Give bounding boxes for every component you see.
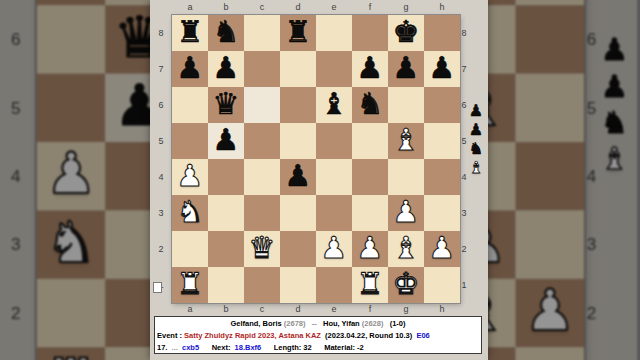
rank-label-right-3: 3: [458, 195, 470, 231]
rank-label-left-3: 3: [154, 195, 168, 231]
square-g4[interactable]: [388, 159, 424, 195]
players-line-seg-5: (1-0): [383, 319, 405, 328]
square-d6[interactable]: [280, 87, 316, 123]
square-e8[interactable]: [316, 15, 352, 51]
file-label-top-e: e: [316, 1, 352, 13]
file-label-top-d: d: [280, 1, 316, 13]
chess-gui-panel: abcdefgh ♜♞♜♚♟♟♟♟♟♛♝♞♟♝♟♟♞♟♛♟♟♝♟♜♜♚ abcd…: [150, 0, 488, 360]
square-b7[interactable]: ♟: [208, 51, 244, 87]
piece-white-queen[interactable]: ♛: [249, 231, 276, 266]
square-a7[interactable]: ♟: [172, 51, 208, 87]
square-d1[interactable]: [280, 267, 316, 303]
file-label-bottom-b: b: [208, 303, 244, 315]
square-c7[interactable]: [244, 51, 280, 87]
square-h7[interactable]: ♟: [424, 51, 460, 87]
players-line-seg-0: Gelfand, Boris: [230, 319, 283, 328]
square-c8[interactable]: [244, 15, 280, 51]
square-f5[interactable]: [352, 123, 388, 159]
file-label-top-a: a: [172, 1, 208, 13]
moves-line-seg-5: Length: 32: [261, 343, 311, 352]
rank-label-left-2: 2: [154, 231, 168, 267]
rank-label-left-6: 6: [154, 87, 168, 123]
square-g6[interactable]: [388, 87, 424, 123]
moves-line-seg-6: Material: -2: [312, 343, 364, 352]
piece-white-rook[interactable]: ♜: [177, 267, 204, 302]
players-line-seg-2: --: [305, 319, 323, 328]
piece-black-pawn[interactable]: ♟: [393, 51, 420, 86]
event-line-seg-3[interactable]: E06: [416, 331, 429, 340]
piece-white-pawn[interactable]: ♟: [429, 231, 456, 266]
piece-black-pawn[interactable]: ♟: [357, 51, 384, 86]
square-g1[interactable]: ♚: [388, 267, 424, 303]
rank-label-left-8: 8: [154, 15, 168, 51]
material-white-bishop-icon: ♝: [469, 158, 483, 177]
square-d4[interactable]: ♟: [280, 159, 316, 195]
piece-white-knight[interactable]: ♞: [177, 195, 204, 230]
square-e6[interactable]: ♝: [316, 87, 352, 123]
event-line-seg-0: Event :: [157, 331, 184, 340]
square-a8[interactable]: ♜: [172, 15, 208, 51]
material-black-knight-icon: ♞: [469, 139, 483, 158]
file-label-top-g: g: [388, 1, 424, 13]
file-label-top-f: f: [352, 1, 388, 13]
rank-label-left-5: 5: [154, 123, 168, 159]
piece-black-king[interactable]: ♚: [393, 15, 420, 50]
square-f3[interactable]: [352, 195, 388, 231]
square-a6[interactable]: [172, 87, 208, 123]
square-g7[interactable]: ♟: [388, 51, 424, 87]
piece-black-pawn[interactable]: ♟: [213, 123, 240, 158]
players-line: Gelfand, Boris (2678) -- Hou, Yifan (262…: [157, 318, 479, 330]
rank-label-left-7: 7: [154, 51, 168, 87]
piece-white-bishop[interactable]: ♝: [393, 231, 420, 266]
event-line-seg-1[interactable]: Satty Zhuldyz Rapid 2023, Astana KAZ: [184, 331, 321, 340]
square-c6[interactable]: [244, 87, 280, 123]
square-d8[interactable]: ♜: [280, 15, 316, 51]
file-label-bottom-g: g: [388, 303, 424, 315]
file-label-bottom-d: d: [280, 303, 316, 315]
moves-line-seg-0: 17.: [157, 343, 167, 352]
piece-white-pawn[interactable]: ♟: [321, 231, 348, 266]
rank-label-left-4: 4: [154, 159, 168, 195]
square-c4[interactable]: [244, 159, 280, 195]
square-h3[interactable]: [424, 195, 460, 231]
square-g8[interactable]: ♚: [388, 15, 424, 51]
square-b1[interactable]: [208, 267, 244, 303]
square-g3[interactable]: ♟: [388, 195, 424, 231]
piece-black-knight[interactable]: ♞: [213, 15, 240, 50]
material-balance-bar: ♟♟♞♝: [466, 101, 486, 177]
square-b5[interactable]: ♟: [208, 123, 244, 159]
square-f2[interactable]: ♟: [352, 231, 388, 267]
square-b4[interactable]: [208, 159, 244, 195]
square-a2[interactable]: [172, 231, 208, 267]
piece-white-bishop[interactable]: ♝: [393, 123, 420, 158]
square-b2[interactable]: [208, 231, 244, 267]
square-f7[interactable]: ♟: [352, 51, 388, 87]
material-black-pawn-icon: ♟: [469, 120, 483, 139]
square-a1[interactable]: ♜: [172, 267, 208, 303]
material-black-pawn-icon: ♟: [469, 101, 483, 120]
rank-label-right-1: 1: [458, 267, 470, 303]
moves-line-seg-3: Next:: [199, 343, 234, 352]
file-label-top-b: b: [208, 1, 244, 13]
moves-line-seg-2[interactable]: cxb5: [182, 343, 199, 352]
square-h4[interactable]: [424, 159, 460, 195]
square-h8[interactable]: [424, 15, 460, 51]
square-b3[interactable]: [208, 195, 244, 231]
square-e3[interactable]: [316, 195, 352, 231]
square-b8[interactable]: ♞: [208, 15, 244, 51]
square-h6[interactable]: [424, 87, 460, 123]
square-d3[interactable]: [280, 195, 316, 231]
players-line-seg-4: (2628): [362, 319, 384, 328]
square-e2[interactable]: ♟: [316, 231, 352, 267]
square-e7[interactable]: [316, 51, 352, 87]
piece-black-rook[interactable]: ♜: [285, 15, 312, 50]
piece-white-pawn[interactable]: ♟: [357, 231, 384, 266]
square-a4[interactable]: ♟: [172, 159, 208, 195]
square-d2[interactable]: [280, 231, 316, 267]
square-e1[interactable]: [316, 267, 352, 303]
square-e4[interactable]: [316, 159, 352, 195]
file-label-bottom-h: h: [424, 303, 460, 315]
square-d5[interactable]: [280, 123, 316, 159]
piece-white-king[interactable]: ♚: [393, 267, 420, 302]
file-labels-top: abcdefgh: [172, 1, 460, 13]
file-label-bottom-a: a: [172, 303, 208, 315]
square-a3[interactable]: ♞: [172, 195, 208, 231]
square-g2[interactable]: ♝: [388, 231, 424, 267]
square-b6[interactable]: ♛: [208, 87, 244, 123]
file-label-top-h: h: [424, 1, 460, 13]
game-info-panel: Gelfand, Boris (2678) -- Hou, Yifan (262…: [154, 316, 482, 354]
file-label-bottom-f: f: [352, 303, 388, 315]
moves-line-seg-4[interactable]: 18.Bxf6: [235, 343, 262, 352]
file-labels-bottom: abcdefgh: [172, 303, 460, 315]
piece-black-rook[interactable]: ♜: [177, 15, 204, 50]
event-line-seg-2: (2023.04.22, Round 10.3): [321, 331, 416, 340]
rank-label-right-2: 2: [458, 231, 470, 267]
chess-board: ♜♞♜♚♟♟♟♟♟♛♝♞♟♝♟♟♞♟♛♟♟♝♟♜♜♚: [172, 15, 460, 303]
video-frame: abcdefgh ♜♞♜♚♟♟♟♟♟♛♝♞♟♝♟♟♞♟♛♟♟♝♟♜♜♚ abcd…: [0, 0, 640, 360]
piece-black-knight[interactable]: ♞: [357, 87, 384, 122]
piece-black-pawn[interactable]: ♟: [213, 51, 240, 86]
piece-black-pawn[interactable]: ♟: [429, 51, 456, 86]
square-g5[interactable]: ♝: [388, 123, 424, 159]
rank-label-right-8: 8: [458, 15, 470, 51]
piece-white-pawn[interactable]: ♟: [393, 195, 420, 230]
event-line: Event : Satty Zhuldyz Rapid 2023, Astana…: [157, 330, 479, 342]
file-label-top-c: c: [244, 1, 280, 13]
square-c3[interactable]: [244, 195, 280, 231]
square-f6[interactable]: ♞: [352, 87, 388, 123]
square-a5[interactable]: [172, 123, 208, 159]
square-e5[interactable]: [316, 123, 352, 159]
square-f8[interactable]: [352, 15, 388, 51]
square-f4[interactable]: [352, 159, 388, 195]
players-line-seg-1: (2678): [284, 319, 306, 328]
moves-line-seg-1: ...: [167, 343, 182, 352]
square-f1[interactable]: ♜: [352, 267, 388, 303]
file-label-bottom-c: c: [244, 303, 280, 315]
square-h5[interactable]: [424, 123, 460, 159]
square-h1[interactable]: [424, 267, 460, 303]
square-h2[interactable]: ♟: [424, 231, 460, 267]
piece-black-queen[interactable]: ♛: [213, 87, 240, 122]
square-c5[interactable]: [244, 123, 280, 159]
piece-white-pawn[interactable]: ♟: [177, 159, 204, 194]
white-to-move-indicator: [153, 282, 162, 293]
piece-black-pawn[interactable]: ♟: [285, 159, 312, 194]
square-d7[interactable]: [280, 51, 316, 87]
square-c1[interactable]: [244, 267, 280, 303]
players-line-seg-3: Hou, Yifan: [323, 319, 362, 328]
piece-black-bishop[interactable]: ♝: [321, 87, 348, 122]
square-c2[interactable]: ♛: [244, 231, 280, 267]
piece-white-rook[interactable]: ♜: [357, 267, 384, 302]
file-label-bottom-e: e: [316, 303, 352, 315]
piece-black-pawn[interactable]: ♟: [177, 51, 204, 86]
moves-line: 17. ... cxb5 Next: 18.Bxf6 Length: 32 Ma…: [157, 342, 479, 354]
rank-label-right-7: 7: [458, 51, 470, 87]
rank-labels-left: 87654321: [154, 15, 168, 303]
